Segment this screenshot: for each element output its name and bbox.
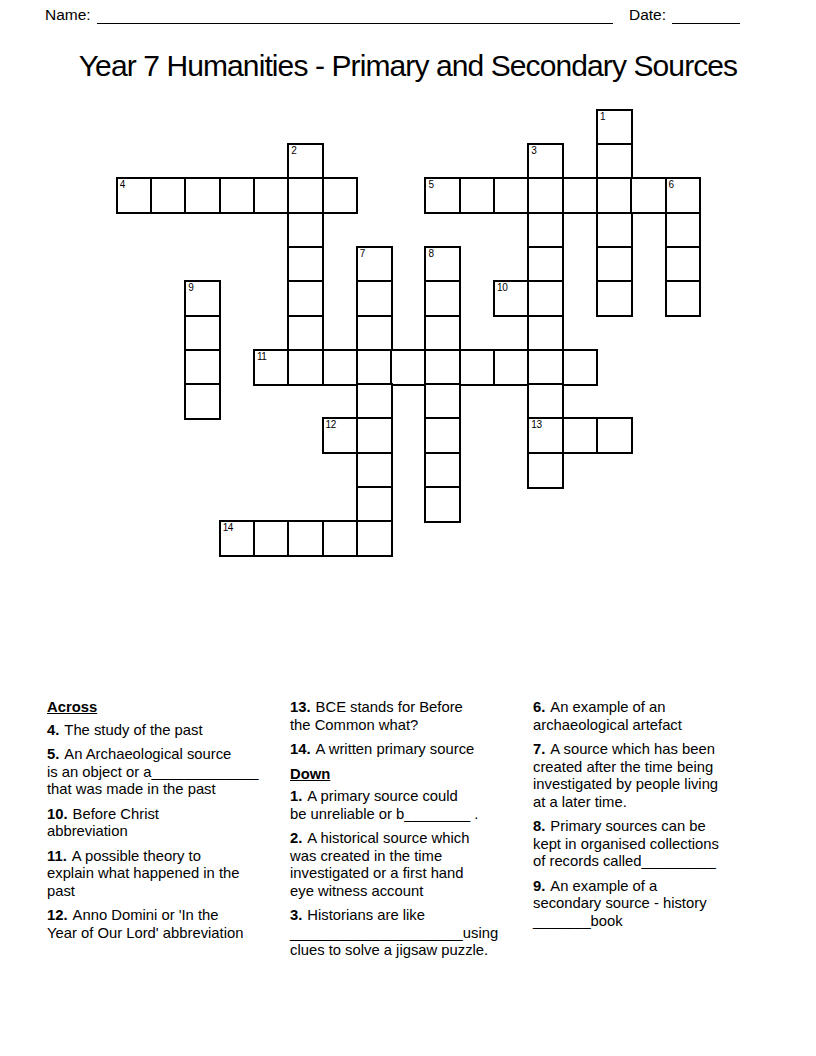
crossword-grid: 1234567891011121314 — [117, 110, 703, 559]
clue-text: An example of a secondary source - histo… — [533, 878, 707, 929]
clue-number-3: 3 — [531, 145, 536, 156]
grid-cell-r12c4[interactable] — [253, 520, 290, 557]
clue-number-label: 7. — [533, 741, 545, 757]
grid-cell-r3c14[interactable] — [596, 212, 633, 249]
clue-text: A written primary source — [316, 741, 475, 757]
clue-11-across: 11.A possible theory to explain what hap… — [47, 848, 284, 901]
grid-cell-r7c5[interactable] — [287, 349, 324, 386]
grid-cell-r2c13[interactable] — [562, 177, 599, 214]
clues-section: Across4.The study of the past5.An Archae… — [47, 699, 770, 967]
clue-6-down: 6.An example of an archaeological artefa… — [533, 699, 770, 734]
clue-2-down: 2.A historical source which was created … — [290, 830, 527, 900]
clue-number-label: 8. — [533, 818, 545, 834]
grid-cell-r9c13[interactable] — [562, 417, 599, 454]
clue-text: BCE stands for Before the Common what? — [290, 699, 463, 733]
grid-cell-r7c6[interactable] — [322, 349, 359, 386]
grid-cell-r5c12[interactable] — [527, 280, 564, 317]
grid-cell-r3c12[interactable] — [527, 212, 564, 249]
grid-cell-r2c2[interactable] — [184, 177, 221, 214]
clues-across-header: Across — [47, 699, 284, 717]
clue-number-label: 3. — [290, 907, 302, 923]
grid-cell-r7c9[interactable] — [424, 349, 461, 386]
grid-cell-r1c12[interactable]: 3 — [527, 143, 564, 180]
clue-number-11: 11 — [257, 351, 267, 362]
clue-number-10: 10 — [497, 282, 507, 293]
page-title: Year 7 Humanities - Primary and Secondar… — [0, 49, 816, 83]
clue-5-across: 5.An Archaeological source is an object … — [47, 746, 284, 799]
grid-cell-r2c14[interactable] — [596, 177, 633, 214]
grid-cell-r7c8[interactable] — [390, 349, 427, 386]
clue-text: Anno Domini or 'In the Year of Our Lord'… — [47, 907, 243, 941]
grid-cell-r3c5[interactable] — [287, 212, 324, 249]
date-label: Date: — [629, 5, 666, 24]
clue-number-label: 2. — [290, 830, 302, 846]
grid-cell-r8c2[interactable] — [184, 383, 221, 420]
grid-cell-r9c6[interactable]: 12 — [322, 417, 359, 454]
grid-cell-r10c12[interactable] — [527, 452, 564, 489]
clue-column-3: 6.An example of an archaeological artefa… — [533, 699, 770, 967]
clue-12-across: 12.Anno Domini or 'In the Year of Our Lo… — [47, 907, 284, 942]
clue-4-across: 4.The study of the past — [47, 722, 284, 740]
clue-column-2: 13.BCE stands for Before the Common what… — [290, 699, 527, 967]
clue-number-label: 13. — [290, 699, 311, 715]
clue-text: A possible theory to explain what happen… — [47, 848, 240, 899]
clue-number-label: 11. — [47, 848, 67, 864]
grid-cell-r4c9[interactable]: 8 — [424, 246, 461, 283]
clue-number-label: 1. — [290, 788, 302, 804]
grid-cell-r8c12[interactable] — [527, 383, 564, 420]
grid-cell-r6c9[interactable] — [424, 315, 461, 352]
clue-number-label: 5. — [47, 746, 59, 762]
clue-number-7: 7 — [360, 248, 365, 259]
clue-1-down: 1.A primary source could be unreliable o… — [290, 788, 527, 823]
grid-cell-r8c9[interactable] — [424, 383, 461, 420]
grid-cell-r2c9[interactable]: 5 — [424, 177, 461, 214]
grid-cell-r2c3[interactable] — [219, 177, 256, 214]
clue-7-down: 7.A source which has been created after … — [533, 741, 770, 811]
grid-cell-r2c11[interactable] — [493, 177, 530, 214]
clue-3-down: 3.Historians are like __________________… — [290, 907, 527, 960]
grid-cell-r12c6[interactable] — [322, 520, 359, 557]
clue-text: An Archaeological source is an object or… — [47, 746, 258, 797]
clue-number-2: 2 — [291, 145, 296, 156]
grid-cell-r2c6[interactable] — [322, 177, 359, 214]
grid-cell-r0c14[interactable]: 1 — [596, 109, 633, 146]
grid-cell-r5c14[interactable] — [596, 280, 633, 317]
grid-cell-r4c7[interactable]: 7 — [356, 246, 393, 283]
grid-cell-r2c10[interactable] — [459, 177, 496, 214]
clue-9-down: 9.An example of a secondary source - his… — [533, 878, 770, 931]
clue-number-4: 4 — [120, 179, 125, 190]
grid-cell-r6c12[interactable] — [527, 315, 564, 352]
clue-number-8: 8 — [428, 248, 433, 259]
grid-cell-r1c5[interactable]: 2 — [287, 143, 324, 180]
clue-number-label: 14. — [290, 741, 311, 757]
grid-cell-r12c3[interactable]: 14 — [219, 520, 256, 557]
clue-14-across: 14.A written primary source — [290, 741, 527, 759]
clue-text: Historians are like ____________________… — [290, 907, 498, 958]
grid-cell-r10c7[interactable] — [356, 452, 393, 489]
grid-cell-r12c5[interactable] — [287, 520, 324, 557]
date-blank-line[interactable] — [672, 6, 740, 24]
clue-number-1: 1 — [600, 111, 605, 122]
grid-cell-r2c15[interactable] — [630, 177, 667, 214]
grid-cell-r4c5[interactable] — [287, 246, 324, 283]
grid-cell-r7c10[interactable] — [459, 349, 496, 386]
clue-number-14: 14 — [223, 522, 233, 533]
clue-number-label: 10. — [47, 806, 68, 822]
clue-column-1: Across4.The study of the past5.An Archae… — [47, 699, 284, 967]
grid-cell-r10c9[interactable] — [424, 452, 461, 489]
grid-cell-r4c16[interactable] — [665, 246, 702, 283]
grid-cell-r1c14[interactable] — [596, 143, 633, 180]
worksheet-page: Name: Date: Year 7 Humanities - Primary … — [0, 0, 816, 1056]
grid-cell-r3c16[interactable] — [665, 212, 702, 249]
clue-number-13: 13 — [531, 419, 541, 430]
grid-cell-r5c11[interactable]: 10 — [493, 280, 530, 317]
grid-cell-r4c12[interactable] — [527, 246, 564, 283]
grid-cell-r2c0[interactable]: 4 — [116, 177, 153, 214]
grid-cell-r11c9[interactable] — [424, 486, 461, 523]
clue-10-across: 10.Before Christ abbreviation — [47, 806, 284, 841]
clue-8-down: 8.Primary sources can be kept in organis… — [533, 818, 770, 871]
grid-cell-r2c4[interactable] — [253, 177, 290, 214]
clue-number-label: 6. — [533, 699, 545, 715]
grid-cell-r5c2[interactable]: 9 — [184, 280, 221, 317]
grid-cell-r4c14[interactable] — [596, 246, 633, 283]
grid-cell-r5c7[interactable] — [356, 280, 393, 317]
clue-number-5: 5 — [428, 179, 433, 190]
grid-cell-r2c1[interactable] — [150, 177, 187, 214]
clue-number-6: 6 — [669, 179, 674, 190]
grid-cell-r7c11[interactable] — [493, 349, 530, 386]
clues-down-header: Down — [290, 766, 527, 784]
name-label: Name: — [45, 5, 91, 24]
grid-cell-r9c7[interactable] — [356, 417, 393, 454]
grid-cell-r7c13[interactable] — [562, 349, 599, 386]
clue-number-label: 9. — [533, 878, 545, 894]
grid-cell-r5c9[interactable] — [424, 280, 461, 317]
clue-number-label: 12. — [47, 907, 68, 923]
clue-number-label: 4. — [47, 722, 59, 738]
clue-number-9: 9 — [188, 282, 193, 293]
grid-cell-r9c9[interactable] — [424, 417, 461, 454]
grid-cell-r5c16[interactable] — [665, 280, 702, 317]
grid-cell-r8c7[interactable] — [356, 383, 393, 420]
grid-cell-r7c7[interactable] — [356, 349, 393, 386]
grid-cell-r2c12[interactable] — [527, 177, 564, 214]
grid-cell-r7c2[interactable] — [184, 349, 221, 386]
grid-cell-r6c2[interactable] — [184, 315, 221, 352]
grid-cell-r9c12[interactable]: 13 — [527, 417, 564, 454]
clue-text: The study of the past — [64, 722, 202, 738]
grid-cell-r11c7[interactable] — [356, 486, 393, 523]
grid-cell-r12c7[interactable] — [356, 520, 393, 557]
grid-cell-r2c5[interactable] — [287, 177, 324, 214]
grid-cell-r6c5[interactable] — [287, 315, 324, 352]
clue-number-12: 12 — [326, 419, 336, 430]
clue-text: A primary source could be unreliable or … — [290, 788, 478, 822]
clue-text: A source which has been created after th… — [533, 741, 718, 810]
clue-text: A historical source which was created in… — [290, 830, 469, 899]
clue-text: Primary sources can be kept in organised… — [533, 818, 719, 869]
grid-cell-r7c4[interactable]: 11 — [253, 349, 290, 386]
name-blank-line[interactable] — [97, 6, 613, 24]
grid-cell-r9c14[interactable] — [596, 417, 633, 454]
name-date-row: Name: Date: — [45, 3, 740, 24]
grid-cell-r6c7[interactable] — [356, 315, 393, 352]
clue-text: An example of an archaeological artefact — [533, 699, 682, 733]
grid-cell-r5c5[interactable] — [287, 280, 324, 317]
grid-cell-r7c12[interactable] — [527, 349, 564, 386]
clue-13-across: 13.BCE stands for Before the Common what… — [290, 699, 527, 734]
grid-cell-r2c16[interactable]: 6 — [665, 177, 702, 214]
